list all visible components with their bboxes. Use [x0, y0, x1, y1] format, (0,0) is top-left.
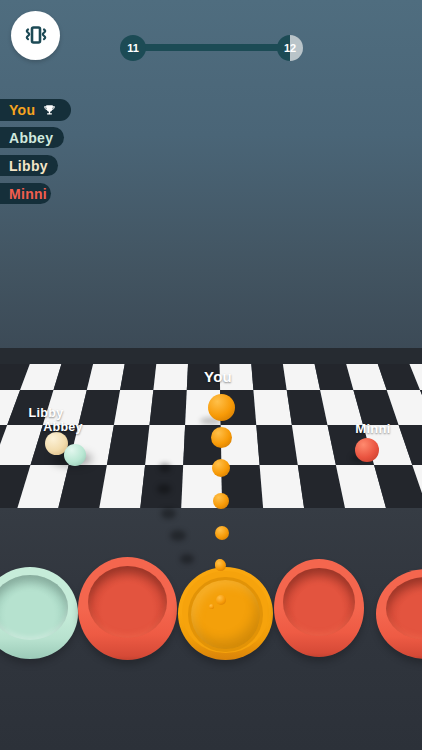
ball-shadow: [180, 554, 194, 564]
bowl-coral-1-cavity: [88, 566, 167, 638]
bowl-coral-2-cavity: [283, 568, 355, 637]
leaderboard-label-libby: Libby: [9, 158, 48, 174]
orange-bowl-ball: [209, 604, 214, 609]
you-ball-stream-2: [211, 427, 232, 448]
level-progress-track: [132, 44, 290, 51]
leaderboard-item-abbey: Abbey: [0, 127, 64, 148]
you-ball-stream-1: [208, 394, 235, 421]
you-ball-stream-6: [215, 560, 226, 571]
level-node-current: 11: [120, 35, 146, 61]
board-label-libby: Libby: [24, 406, 68, 420]
bowl-orange-full: [178, 567, 273, 660]
you-ball-stream-3: [212, 459, 230, 477]
minni-ball: [355, 438, 379, 462]
ball-shadow: [170, 530, 186, 541]
bowl-orange-groove: [188, 577, 262, 652]
board-label-abbey: Abbey: [40, 420, 86, 434]
leaderboard-item-you: You: [0, 99, 71, 121]
bowl-mint-cavity: [0, 575, 68, 639]
board-label-you: You: [196, 368, 240, 385]
bowl-coral-1: [78, 557, 177, 660]
game-screen[interactable]: You Libby Abbey Minni 11 12 You: [0, 0, 422, 750]
leaderboard-label-you: You: [9, 102, 35, 118]
trophy-icon: [43, 104, 56, 117]
vibrate-toggle-button[interactable]: [11, 11, 60, 60]
level-node-next: 12: [277, 35, 303, 61]
bowl-coral-3-cavity: [386, 577, 422, 640]
vibrate-icon: [21, 21, 51, 51]
ball-shadow: [159, 463, 171, 472]
abbey-ball: [64, 444, 86, 466]
leaderboard-label-minni: Minni: [9, 186, 47, 202]
bowl-coral-2: [274, 559, 364, 657]
orange-bowl-ball: [216, 595, 226, 605]
you-ball-stream-4: [213, 493, 229, 509]
leaderboard-label-abbey: Abbey: [9, 130, 53, 146]
you-ball-stream-5: [215, 526, 229, 540]
ball-shadow: [157, 484, 171, 494]
board-label-minni: Minni: [350, 421, 396, 436]
leaderboard-item-minni: Minni: [0, 183, 51, 204]
ball-shadow: [161, 508, 176, 519]
leaderboard-item-libby: Libby: [0, 155, 58, 176]
